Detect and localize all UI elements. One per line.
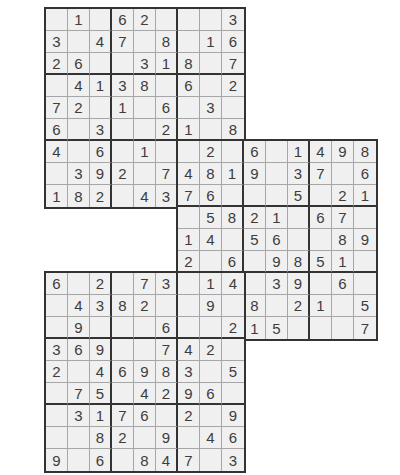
sudoku-cell-empty[interactable]: [90, 53, 112, 75]
sudoku-cell-empty[interactable]: [178, 295, 200, 317]
sudoku-cell-empty[interactable]: [288, 207, 310, 229]
sudoku-cell-empty[interactable]: [112, 185, 134, 207]
sudoku-cell-given[interactable]: 7: [222, 53, 244, 75]
sudoku-cell-empty[interactable]: [112, 141, 134, 163]
sudoku-cell-given[interactable]: 7: [134, 273, 156, 295]
sudoku-cell-given[interactable]: 3: [156, 273, 178, 295]
sudoku-cell-empty[interactable]: [222, 141, 244, 163]
sudoku-cell-empty[interactable]: [112, 53, 134, 75]
sudoku-cell-given[interactable]: 1: [332, 251, 354, 273]
sudoku-cell-empty[interactable]: [112, 449, 134, 471]
sudoku-cell-given[interactable]: 4: [90, 361, 112, 383]
sudoku-cell-empty[interactable]: [200, 449, 222, 471]
sudoku-cell-given[interactable]: 3: [46, 31, 68, 53]
sudoku-cell-empty[interactable]: [90, 97, 112, 119]
sudoku-cell-given[interactable]: 3: [68, 405, 90, 427]
sudoku-cell-given[interactable]: 6: [266, 229, 288, 251]
sudoku-cell-empty[interactable]: [266, 185, 288, 207]
sudoku-cell-given[interactable]: 8: [156, 31, 178, 53]
sudoku-cell-given[interactable]: 1: [46, 185, 68, 207]
sudoku-cell-given[interactable]: 7: [178, 185, 200, 207]
sudoku-grid-bottom-left: 6273144382996236974224698357542963176298…: [44, 271, 246, 473]
sudoku-cell-given[interactable]: 3: [134, 53, 156, 75]
sudoku-cell-given[interactable]: 4: [200, 427, 222, 449]
sudoku-cell-given[interactable]: 1: [156, 53, 178, 75]
sudoku-cell-empty[interactable]: [310, 185, 332, 207]
sudoku-cell-given[interactable]: 2: [332, 185, 354, 207]
sudoku-cell-empty[interactable]: [134, 163, 156, 185]
sudoku-cell-given[interactable]: 6: [68, 339, 90, 361]
sudoku-cell-empty[interactable]: [222, 229, 244, 251]
sudoku-cell-given[interactable]: 5: [90, 383, 112, 405]
sudoku-cell-given[interactable]: 8: [134, 75, 156, 97]
sudoku-cell-given[interactable]: 4: [134, 185, 156, 207]
sudoku-cell-empty[interactable]: [112, 119, 134, 141]
sudoku-cell-given[interactable]: 5: [266, 317, 288, 339]
sudoku-cell-given[interactable]: 1: [68, 9, 90, 31]
sudoku-cell-given[interactable]: 3: [90, 295, 112, 317]
sudoku-cell-given[interactable]: 1: [90, 75, 112, 97]
sudoku-cell-empty[interactable]: [222, 185, 244, 207]
sudoku-cell-empty[interactable]: [178, 317, 200, 339]
sudoku-cell-given[interactable]: 2: [112, 163, 134, 185]
sudoku-cell-empty[interactable]: [200, 405, 222, 427]
sudoku-cell-given[interactable]: 6: [354, 163, 376, 185]
sudoku-cell-empty[interactable]: [112, 273, 134, 295]
sudoku-cell-given[interactable]: 2: [46, 53, 68, 75]
sudoku-cell-given[interactable]: 5: [310, 251, 332, 273]
sudoku-cell-given[interactable]: 9: [178, 383, 200, 405]
sudoku-cell-given[interactable]: 8: [244, 295, 266, 317]
sudoku-cell-empty[interactable]: [46, 317, 68, 339]
sudoku-cell-empty[interactable]: [156, 405, 178, 427]
sudoku-cell-given[interactable]: 7: [112, 31, 134, 53]
sudoku-cell-empty[interactable]: [46, 383, 68, 405]
sudoku-cell-given[interactable]: 9: [354, 229, 376, 251]
sudoku-cell-empty[interactable]: [332, 317, 354, 339]
sudoku-cell-given[interactable]: 4: [200, 229, 222, 251]
sudoku-cell-given[interactable]: 1: [354, 185, 376, 207]
sudoku-cell-given[interactable]: 6: [332, 273, 354, 295]
sudoku-cell-empty[interactable]: [68, 273, 90, 295]
sudoku-cell-empty[interactable]: [200, 53, 222, 75]
sudoku-cell-given[interactable]: 8: [68, 185, 90, 207]
sudoku-cell-empty[interactable]: [178, 141, 200, 163]
sudoku-cell-given[interactable]: 6: [46, 119, 68, 141]
sudoku-cell-empty[interactable]: [156, 75, 178, 97]
sudoku-cell-given[interactable]: 2: [112, 427, 134, 449]
sudoku-cell-empty[interactable]: [90, 9, 112, 31]
sudoku-cell-empty[interactable]: [200, 361, 222, 383]
sudoku-cell-empty[interactable]: [134, 119, 156, 141]
sudoku-cell-given[interactable]: 5: [354, 295, 376, 317]
sudoku-cell-empty[interactable]: [310, 229, 332, 251]
sudoku-cell-given[interactable]: 6: [68, 53, 90, 75]
sudoku-cell-given[interactable]: 9: [46, 449, 68, 471]
sudoku-cell-given[interactable]: 3: [156, 185, 178, 207]
sudoku-cell-given[interactable]: 1: [200, 273, 222, 295]
sudoku-cell-empty[interactable]: [354, 251, 376, 273]
sudoku-cell-given[interactable]: 2: [244, 207, 266, 229]
sudoku-cell-given[interactable]: 6: [90, 141, 112, 163]
sudoku-cell-given[interactable]: 3: [178, 361, 200, 383]
sudoku-cell-empty[interactable]: [222, 339, 244, 361]
sudoku-cell-given[interactable]: 4: [90, 31, 112, 53]
sudoku-cell-empty[interactable]: [244, 251, 266, 273]
sudoku-cell-empty[interactable]: [156, 295, 178, 317]
sudoku-cell-empty[interactable]: [134, 339, 156, 361]
sudoku-cell-given[interactable]: 2: [200, 339, 222, 361]
sudoku-cell-given[interactable]: 1: [134, 141, 156, 163]
sudoku-cell-empty[interactable]: [46, 75, 68, 97]
sudoku-cell-empty[interactable]: [178, 31, 200, 53]
sudoku-cell-empty[interactable]: [288, 229, 310, 251]
sudoku-cell-empty[interactable]: [354, 207, 376, 229]
sudoku-cell-given[interactable]: 2: [222, 75, 244, 97]
sudoku-cell-given[interactable]: 6: [222, 251, 244, 273]
sudoku-cell-given[interactable]: 7: [68, 383, 90, 405]
sudoku-cell-given[interactable]: 2: [68, 97, 90, 119]
sudoku-cell-given[interactable]: 2: [156, 383, 178, 405]
sudoku-cell-empty[interactable]: [156, 141, 178, 163]
sudoku-cell-given[interactable]: 6: [112, 361, 134, 383]
sudoku-cell-empty[interactable]: [200, 119, 222, 141]
sudoku-cell-given[interactable]: 1: [222, 163, 244, 185]
sudoku-cell-given[interactable]: 6: [90, 449, 112, 471]
sudoku-cell-given[interactable]: 7: [354, 317, 376, 339]
sudoku-cell-given[interactable]: 8: [112, 295, 134, 317]
sudoku-cell-given[interactable]: 9: [222, 405, 244, 427]
sudoku-cell-given[interactable]: 9: [266, 251, 288, 273]
sudoku-cell-empty[interactable]: [46, 9, 68, 31]
sudoku-cell-empty[interactable]: [46, 163, 68, 185]
sudoku-cell-given[interactable]: 8: [288, 251, 310, 273]
sudoku-cell-given[interactable]: 3: [200, 97, 222, 119]
sudoku-cell-empty[interactable]: [134, 97, 156, 119]
sudoku-cell-given[interactable]: 5: [288, 185, 310, 207]
sudoku-cell-given[interactable]: 1: [112, 97, 134, 119]
sudoku-cell-empty[interactable]: [90, 317, 112, 339]
sudoku-cell-given[interactable]: 6: [200, 185, 222, 207]
sudoku-cell-given[interactable]: 2: [90, 273, 112, 295]
sudoku-cell-given[interactable]: 9: [200, 295, 222, 317]
sudoku-cell-given[interactable]: 6: [222, 427, 244, 449]
sudoku-cell-empty[interactable]: [354, 273, 376, 295]
sudoku-cell-empty[interactable]: [244, 185, 266, 207]
sudoku-cell-empty[interactable]: [134, 31, 156, 53]
sudoku-cell-given[interactable]: 6: [222, 31, 244, 53]
sudoku-cell-given[interactable]: 5: [244, 229, 266, 251]
sudoku-cell-given[interactable]: 7: [46, 97, 68, 119]
sudoku-cell-empty[interactable]: [68, 119, 90, 141]
sudoku-cell-given[interactable]: 6: [134, 405, 156, 427]
sudoku-cell-given[interactable]: 6: [310, 207, 332, 229]
sudoku-cell-empty[interactable]: [222, 97, 244, 119]
sudoku-cell-given[interactable]: 4: [156, 449, 178, 471]
sudoku-cell-empty[interactable]: [112, 339, 134, 361]
sudoku-cell-given[interactable]: 8: [90, 427, 112, 449]
sudoku-cell-given[interactable]: 2: [288, 295, 310, 317]
sudoku-cell-given[interactable]: 2: [134, 295, 156, 317]
sudoku-cell-given[interactable]: 8: [354, 141, 376, 163]
sudoku-cell-empty[interactable]: [310, 273, 332, 295]
sudoku-cell-given[interactable]: 9: [90, 163, 112, 185]
sudoku-cell-given[interactable]: 1: [244, 317, 266, 339]
sudoku-cell-given[interactable]: 2: [134, 9, 156, 31]
sudoku-cell-given[interactable]: 3: [222, 449, 244, 471]
sudoku-cell-given[interactable]: 2: [178, 251, 200, 273]
sudoku-cell-given[interactable]: 9: [244, 163, 266, 185]
sudoku-cell-given[interactable]: 3: [222, 9, 244, 31]
sudoku-cell-given[interactable]: 4: [46, 141, 68, 163]
sudoku-cell-given[interactable]: 4: [222, 273, 244, 295]
sudoku-cell-given[interactable]: 2: [222, 317, 244, 339]
sudoku-cell-given[interactable]: 8: [332, 229, 354, 251]
sudoku-cell-given[interactable]: 5: [200, 207, 222, 229]
sudoku-cell-given[interactable]: 1: [178, 119, 200, 141]
sudoku-cell-given[interactable]: 9: [134, 361, 156, 383]
sudoku-cell-given[interactable]: 7: [310, 163, 332, 185]
sudoku-cell-given[interactable]: 6: [46, 273, 68, 295]
sudoku-cell-empty[interactable]: [112, 383, 134, 405]
sudoku-cell-empty[interactable]: [68, 361, 90, 383]
sudoku-cell-given[interactable]: 3: [112, 75, 134, 97]
sudoku-cell-empty[interactable]: [68, 141, 90, 163]
sudoku-cell-given[interactable]: 1: [178, 229, 200, 251]
sudoku-cell-given[interactable]: 7: [156, 163, 178, 185]
sudoku-cell-given[interactable]: 6: [200, 383, 222, 405]
sudoku-cell-given[interactable]: 8: [134, 449, 156, 471]
sudoku-cell-given[interactable]: 8: [156, 361, 178, 383]
sudoku-cell-given[interactable]: 1: [90, 405, 112, 427]
sudoku-cell-empty[interactable]: [178, 207, 200, 229]
sudoku-cell-empty[interactable]: [200, 75, 222, 97]
sudoku-cell-empty[interactable]: [178, 9, 200, 31]
sudoku-cell-given[interactable]: 7: [156, 339, 178, 361]
sudoku-cell-empty[interactable]: [200, 9, 222, 31]
sudoku-cell-given[interactable]: 9: [288, 273, 310, 295]
sudoku-cell-given[interactable]: 3: [68, 163, 90, 185]
sudoku-cell-empty[interactable]: [200, 317, 222, 339]
sudoku-cell-empty[interactable]: [46, 405, 68, 427]
sudoku-cell-given[interactable]: 9: [90, 339, 112, 361]
sudoku-cell-given[interactable]: 2: [178, 405, 200, 427]
sudoku-cell-given[interactable]: 6: [244, 141, 266, 163]
sudoku-cell-empty[interactable]: [178, 97, 200, 119]
sudoku-cell-empty[interactable]: [68, 449, 90, 471]
sudoku-cell-given[interactable]: 9: [68, 317, 90, 339]
sudoku-cell-empty[interactable]: [68, 31, 90, 53]
sudoku-cell-given[interactable]: 5: [222, 361, 244, 383]
sudoku-cell-given[interactable]: 6: [156, 317, 178, 339]
sudoku-cell-given[interactable]: 7: [178, 449, 200, 471]
sudoku-cell-empty[interactable]: [310, 317, 332, 339]
sudoku-cell-empty[interactable]: [46, 295, 68, 317]
sudoku-cell-empty[interactable]: [332, 163, 354, 185]
sudoku-cell-empty[interactable]: [156, 9, 178, 31]
sudoku-cell-given[interactable]: 6: [178, 75, 200, 97]
sudoku-cell-given[interactable]: 2: [200, 141, 222, 163]
sudoku-cell-empty[interactable]: [266, 295, 288, 317]
sudoku-cell-given[interactable]: 3: [266, 273, 288, 295]
sudoku-cell-given[interactable]: 4: [134, 383, 156, 405]
sudoku-cell-given[interactable]: 1: [266, 207, 288, 229]
sudoku-cell-given[interactable]: 1: [288, 141, 310, 163]
sudoku-cell-empty[interactable]: [134, 317, 156, 339]
sudoku-cell-given[interactable]: 6: [156, 97, 178, 119]
sudoku-cell-given[interactable]: 2: [156, 119, 178, 141]
sudoku-cell-empty[interactable]: [288, 317, 310, 339]
sudoku-cell-empty[interactable]: [332, 295, 354, 317]
sudoku-cell-given[interactable]: 3: [46, 339, 68, 361]
puzzle-page: 1623347816263187413862721636321846123927…: [0, 0, 400, 475]
sudoku-cell-given[interactable]: 4: [178, 163, 200, 185]
sudoku-cell-given[interactable]: 2: [46, 361, 68, 383]
sudoku-cell-empty[interactable]: [244, 273, 266, 295]
sudoku-cell-given[interactable]: 4: [178, 339, 200, 361]
sudoku-cell-empty[interactable]: [178, 273, 200, 295]
sudoku-cell-given[interactable]: 6: [112, 9, 134, 31]
sudoku-cell-given[interactable]: 2: [90, 185, 112, 207]
sudoku-cell-given[interactable]: 3: [90, 119, 112, 141]
sudoku-cell-empty[interactable]: [178, 427, 200, 449]
sudoku-cell-given[interactable]: 7: [332, 207, 354, 229]
sudoku-cell-empty[interactable]: [266, 163, 288, 185]
sudoku-cell-empty[interactable]: [200, 251, 222, 273]
sudoku-cell-empty[interactable]: [134, 427, 156, 449]
sudoku-cell-empty[interactable]: [68, 427, 90, 449]
sudoku-cell-given[interactable]: 3: [288, 163, 310, 185]
sudoku-cell-given[interactable]: 7: [112, 405, 134, 427]
sudoku-cell-given[interactable]: 4: [68, 75, 90, 97]
sudoku-cell-given[interactable]: 8: [222, 119, 244, 141]
sudoku-cell-empty[interactable]: [222, 295, 244, 317]
sudoku-cell-empty[interactable]: [222, 383, 244, 405]
sudoku-cell-given[interactable]: 9: [332, 141, 354, 163]
sudoku-cell-given[interactable]: 1: [310, 295, 332, 317]
sudoku-cell-given[interactable]: 8: [222, 207, 244, 229]
sudoku-cell-empty[interactable]: [46, 427, 68, 449]
sudoku-cell-given[interactable]: 4: [68, 295, 90, 317]
sudoku-cell-given[interactable]: 9: [156, 427, 178, 449]
sudoku-cell-given[interactable]: 8: [178, 53, 200, 75]
sudoku-cell-empty[interactable]: [112, 317, 134, 339]
sudoku-cell-given[interactable]: 8: [200, 163, 222, 185]
sudoku-cell-given[interactable]: 4: [310, 141, 332, 163]
sudoku-cell-given[interactable]: 1: [200, 31, 222, 53]
sudoku-cell-empty[interactable]: [266, 141, 288, 163]
